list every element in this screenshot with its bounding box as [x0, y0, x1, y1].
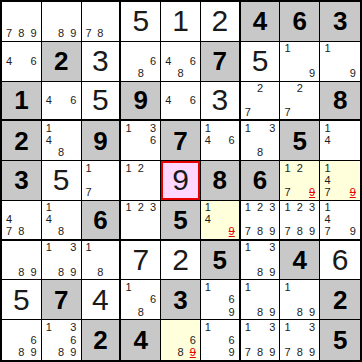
- candidate-digit: 7: [83, 187, 95, 199]
- pencil-marks: 1389: [242, 242, 279, 279]
- candidate-empty: [334, 202, 347, 214]
- cell-r1c8[interactable]: 6: [280, 2, 320, 42]
- candidate-empty: [67, 254, 79, 266]
- candidate-empty: [266, 281, 278, 293]
- candidate-empty: [162, 43, 174, 55]
- pencil-marks: 19: [281, 43, 318, 80]
- pencil-marks: 123789: [281, 202, 318, 238]
- cell-r2c4[interactable]: 68: [121, 42, 161, 82]
- candidate-empty: [346, 174, 359, 186]
- solved-digit: 3: [201, 82, 239, 120]
- cell-r6c3[interactable]: 6: [82, 201, 122, 241]
- candidate-empty: [43, 254, 55, 266]
- cell-r7c2[interactable]: 1389: [42, 241, 82, 281]
- candidate-empty: [43, 266, 55, 278]
- candidate-empty: [83, 3, 95, 15]
- candidate-digit: 7: [281, 106, 293, 118]
- candidate-empty: [214, 135, 226, 147]
- given-digit: 2: [2, 121, 41, 160]
- candidate-digit: 6: [226, 294, 238, 306]
- candidate-empty: [3, 346, 15, 359]
- candidate-digit: 8: [94, 266, 106, 278]
- candidate-digit: 1: [281, 281, 293, 293]
- cell-r6c2[interactable]: 148: [42, 201, 82, 241]
- cell-r5c8[interactable]: 1279: [280, 161, 320, 201]
- candidate-empty: [294, 294, 306, 306]
- pencil-marks: 14: [321, 122, 359, 159]
- solved-digit: 6: [320, 241, 360, 280]
- cell-r6c8[interactable]: 123789: [280, 201, 320, 241]
- pencil-marks: 12: [122, 162, 159, 199]
- cell-r9c5[interactable]: 689: [161, 320, 201, 360]
- cell-r7c9[interactable]: 6: [320, 241, 360, 281]
- solved-digit: 7: [121, 241, 160, 280]
- candidate-empty: [122, 55, 134, 67]
- candidate-digit: 7: [3, 226, 15, 238]
- candidate-digit: 1: [281, 162, 293, 174]
- candidate-digit: 8: [55, 147, 67, 159]
- candidate-empty: [306, 294, 318, 306]
- candidate-empty: [94, 254, 106, 266]
- candidate-empty: [28, 254, 40, 266]
- candidate-digit: 3: [266, 122, 278, 134]
- cell-r7c4[interactable]: 7: [121, 241, 161, 281]
- cell-r4c9[interactable]: 14: [320, 121, 360, 161]
- candidate-empty: [28, 15, 40, 27]
- candidate-empty: [43, 334, 55, 347]
- cell-r4c5[interactable]: 7: [161, 121, 201, 161]
- candidate-empty: [55, 83, 67, 95]
- cell-r1c1[interactable]: 789: [2, 2, 42, 42]
- candidate-digit: 1: [242, 122, 254, 134]
- candidate-digit: 2: [135, 202, 147, 214]
- candidate-empty: [202, 334, 214, 347]
- candidate-empty: [266, 106, 278, 118]
- candidate-digit: 4: [321, 174, 334, 186]
- cell-r8c1[interactable]: 5: [2, 280, 42, 320]
- candidate-digit: 8: [135, 67, 147, 79]
- cell-r7c1[interactable]: 89: [2, 241, 42, 281]
- candidate-digit: 1: [202, 122, 214, 134]
- solved-digit: 4: [82, 280, 120, 319]
- candidate-empty: [55, 321, 67, 334]
- candidate-digit: 6: [67, 334, 79, 347]
- candidate-empty: [122, 226, 134, 238]
- candidate-empty: [28, 321, 40, 334]
- candidate-digit: 8: [55, 226, 67, 238]
- candidate-digit: 8: [15, 266, 27, 278]
- candidate-empty: [94, 242, 106, 254]
- candidate-empty: [67, 3, 79, 15]
- candidate-empty: [281, 214, 293, 226]
- candidate-digit: 9: [266, 266, 278, 278]
- candidate-empty: [147, 162, 159, 174]
- cell-r6c7[interactable]: 123789: [241, 201, 281, 241]
- given-digit: 4: [241, 2, 280, 41]
- candidate-digit: 8: [15, 346, 27, 359]
- candidate-digit: 1: [242, 321, 254, 334]
- candidate-empty: [306, 214, 318, 226]
- candidate-digit: 9: [226, 306, 238, 318]
- candidate-empty: [334, 135, 347, 147]
- cell-r2c3[interactable]: 3: [82, 42, 122, 82]
- candidate-empty: [135, 147, 147, 159]
- candidate-empty: [147, 67, 159, 79]
- candidate-empty: [43, 83, 55, 95]
- candidate-digit: 6: [226, 135, 238, 147]
- candidate-empty: [15, 3, 27, 15]
- cell-r1c2[interactable]: 89: [42, 2, 82, 42]
- cell-r8c9[interactable]: 2: [320, 280, 360, 320]
- cell-r9c3[interactable]: 2: [82, 320, 122, 360]
- candidate-empty: [94, 3, 106, 15]
- pencil-marks: 1479: [321, 162, 359, 199]
- solved-digit: 5: [42, 161, 81, 200]
- candidate-empty: [135, 294, 147, 306]
- candidate-empty: [106, 187, 118, 199]
- candidate-digit: 8: [15, 226, 27, 238]
- cell-r8c3[interactable]: 4: [82, 280, 122, 320]
- cell-r7c8[interactable]: 4: [280, 241, 320, 281]
- given-digit: 7: [161, 121, 200, 160]
- candidate-digit: 7: [281, 187, 293, 199]
- candidate-struck: 9: [306, 187, 318, 199]
- candidate-digit: 4: [43, 135, 55, 147]
- candidate-empty: [266, 94, 278, 106]
- solved-digit: 5: [241, 42, 280, 81]
- candidate-empty: [294, 214, 306, 226]
- candidate-empty: [346, 214, 359, 226]
- candidate-empty: [306, 334, 318, 347]
- candidate-digit: 9: [67, 346, 79, 359]
- candidate-digit: 1: [321, 122, 334, 134]
- candidate-digit: 9: [266, 306, 278, 318]
- candidate-empty: [67, 214, 79, 226]
- cell-r3c8[interactable]: 27: [280, 82, 320, 122]
- cell-r8c8[interactable]: 189: [280, 280, 320, 320]
- candidate-empty: [162, 106, 174, 118]
- candidate-empty: [122, 135, 134, 147]
- candidate-empty: [83, 15, 95, 27]
- candidate-digit: 8: [294, 346, 306, 359]
- pencil-marks: 27: [242, 83, 279, 119]
- solved-digit: 2: [161, 241, 200, 280]
- cell-r3c1[interactable]: 1: [2, 82, 42, 122]
- candidate-digit: 1: [321, 202, 334, 214]
- candidate-empty: [266, 214, 278, 226]
- cell-r3c2[interactable]: 46: [42, 82, 82, 122]
- pencil-marks: 27: [281, 83, 318, 119]
- candidate-empty: [266, 83, 278, 95]
- cell-r6c5[interactable]: 5: [161, 201, 201, 241]
- candidate-digit: 8: [294, 306, 306, 318]
- solved-digit: 5: [82, 82, 120, 120]
- candidate-digit: 9: [346, 67, 359, 79]
- cell-r2c1[interactable]: 46: [2, 42, 42, 82]
- candidate-digit: 3: [67, 321, 79, 334]
- candidate-empty: [28, 43, 40, 55]
- candidate-empty: [135, 174, 147, 186]
- cell-r2c8[interactable]: 19: [280, 42, 320, 82]
- given-digit: 2: [320, 280, 360, 319]
- candidate-empty: [334, 147, 347, 159]
- candidate-empty: [202, 346, 214, 359]
- pencil-marks: 146: [202, 122, 238, 159]
- cell-r1c5[interactable]: 1: [161, 2, 201, 42]
- cell-r9c6[interactable]: 169: [201, 320, 241, 360]
- candidate-empty: [135, 214, 147, 226]
- candidate-empty: [15, 202, 27, 214]
- candidate-digit: 2: [254, 202, 266, 214]
- cell-r5c1[interactable]: 3: [2, 161, 42, 201]
- candidate-empty: [294, 281, 306, 293]
- cell-r8c2[interactable]: 7: [42, 280, 82, 320]
- candidate-empty: [55, 15, 67, 27]
- cell-r7c5[interactable]: 2: [161, 241, 201, 281]
- candidate-empty: [346, 43, 359, 55]
- cell-r1c4[interactable]: 5: [121, 2, 161, 42]
- candidate-empty: [214, 321, 226, 334]
- cell-r5c4[interactable]: 12: [121, 161, 161, 201]
- candidate-empty: [306, 281, 318, 293]
- pencil-marks: 136: [122, 122, 159, 159]
- candidate-empty: [122, 174, 134, 186]
- candidate-digit: 9: [28, 346, 40, 359]
- candidate-digit: 6: [147, 135, 159, 147]
- pencil-marks: 148: [43, 122, 80, 159]
- candidate-empty: [174, 55, 186, 67]
- candidate-empty: [202, 147, 214, 159]
- pencil-marks: 478: [3, 202, 40, 238]
- candidate-empty: [43, 346, 55, 359]
- candidate-digit: 9: [306, 346, 318, 359]
- candidate-empty: [67, 106, 79, 118]
- candidate-empty: [187, 67, 199, 79]
- candidate-digit: 6: [67, 94, 79, 106]
- candidate-empty: [306, 174, 318, 186]
- cell-r8c7[interactable]: 189: [241, 280, 281, 320]
- candidate-empty: [242, 147, 254, 159]
- pencil-marks: 468: [162, 43, 199, 80]
- cell-r2c6[interactable]: 7: [201, 42, 241, 82]
- candidate-digit: 9: [67, 266, 79, 278]
- candidate-digit: 6: [28, 55, 40, 67]
- candidate-empty: [266, 334, 278, 347]
- candidate-empty: [334, 162, 347, 174]
- candidate-empty: [334, 214, 347, 226]
- cell-r4c8[interactable]: 5: [280, 121, 320, 161]
- candidate-empty: [254, 135, 266, 147]
- candidate-empty: [3, 67, 15, 79]
- cell-r5c2[interactable]: 5: [42, 161, 82, 201]
- candidate-digit: 3: [147, 122, 159, 134]
- candidate-empty: [28, 226, 40, 238]
- candidate-empty: [135, 281, 147, 293]
- cell-r3c3[interactable]: 5: [82, 82, 122, 122]
- candidate-empty: [67, 122, 79, 134]
- cell-r4c6[interactable]: 146: [201, 121, 241, 161]
- cell-r7c6[interactable]: 5: [201, 241, 241, 281]
- candidate-empty: [43, 15, 55, 27]
- candidate-digit: 6: [187, 94, 199, 106]
- candidate-digit: 4: [162, 94, 174, 106]
- cell-r2c5[interactable]: 468: [161, 42, 201, 82]
- candidate-digit: 2: [254, 83, 266, 95]
- cell-r9c4[interactable]: 4: [121, 320, 161, 360]
- candidate-empty: [55, 254, 67, 266]
- cell-r2c7[interactable]: 5: [241, 42, 281, 82]
- cell-r2c9[interactable]: 19: [320, 42, 360, 82]
- cell-r3c7[interactable]: 27: [241, 82, 281, 122]
- candidate-empty: [122, 147, 134, 159]
- candidate-empty: [3, 334, 15, 347]
- cell-r4c2[interactable]: 148: [42, 121, 82, 161]
- candidate-digit: 8: [254, 226, 266, 238]
- candidate-empty: [281, 334, 293, 347]
- candidate-empty: [254, 242, 266, 254]
- cell-r5c9[interactable]: 1479: [320, 161, 360, 201]
- candidate-digit: 1: [43, 321, 55, 334]
- cell-r1c7[interactable]: 4: [241, 2, 281, 42]
- candidate-empty: [15, 214, 27, 226]
- cell-r1c9[interactable]: 3: [320, 2, 360, 42]
- cell-r4c4[interactable]: 136: [121, 121, 161, 161]
- candidate-empty: [122, 306, 134, 318]
- cell-r1c6[interactable]: 2: [201, 2, 241, 42]
- candidate-digit: 7: [281, 346, 293, 359]
- candidate-empty: [346, 135, 359, 147]
- cell-r5c5[interactable]: 9: [161, 161, 201, 201]
- candidate-empty: [294, 334, 306, 347]
- candidate-empty: [3, 15, 15, 27]
- cell-r6c4[interactable]: 123: [121, 201, 161, 241]
- candidate-empty: [254, 294, 266, 306]
- pencil-marks: 18: [83, 242, 119, 279]
- candidate-digit: 9: [28, 28, 40, 40]
- candidate-digit: 6: [187, 55, 199, 67]
- given-digit: 6: [280, 2, 319, 41]
- candidate-empty: [294, 187, 306, 199]
- cell-r9c1[interactable]: 689: [2, 320, 42, 360]
- candidate-empty: [122, 214, 134, 226]
- candidate-digit: 1: [122, 281, 134, 293]
- candidate-empty: [306, 106, 318, 118]
- candidate-digit: 3: [67, 242, 79, 254]
- cell-r2c2[interactable]: 2: [42, 42, 82, 82]
- cell-r5c6[interactable]: 8: [201, 161, 241, 201]
- candidate-empty: [3, 3, 15, 15]
- solved-digit: 5: [2, 280, 41, 319]
- cell-r8c4[interactable]: 168: [121, 280, 161, 320]
- candidate-empty: [226, 281, 238, 293]
- candidate-empty: [174, 94, 186, 106]
- cell-r4c1[interactable]: 2: [2, 121, 42, 161]
- candidate-digit: 9: [346, 226, 359, 238]
- candidate-empty: [187, 43, 199, 55]
- candidate-empty: [254, 94, 266, 106]
- pencil-marks: 68: [122, 43, 159, 80]
- candidate-empty: [294, 94, 306, 106]
- candidate-digit: 1: [122, 202, 134, 214]
- candidate-empty: [294, 106, 306, 118]
- candidate-empty: [67, 147, 79, 159]
- cell-r7c3[interactable]: 18: [82, 241, 122, 281]
- cell-r7c7[interactable]: 1389: [241, 241, 281, 281]
- candidate-empty: [334, 122, 347, 134]
- pencil-marks: 1479: [321, 202, 359, 238]
- pencil-marks: 13789: [242, 321, 279, 359]
- cell-r3c5[interactable]: 46: [161, 82, 201, 122]
- cell-r9c9[interactable]: 5: [320, 320, 360, 360]
- pencil-marks: 123: [122, 202, 159, 238]
- pencil-marks: 89: [43, 3, 80, 40]
- candidate-struck: 9: [346, 187, 359, 199]
- cell-r9c8[interactable]: 13789: [280, 320, 320, 360]
- candidate-empty: [15, 242, 27, 254]
- cell-r9c7[interactable]: 13789: [241, 320, 281, 360]
- candidate-digit: 9: [306, 226, 318, 238]
- candidate-empty: [67, 83, 79, 95]
- cell-r3c4[interactable]: 9: [121, 82, 161, 122]
- cell-r3c9[interactable]: 8: [320, 82, 360, 122]
- candidate-digit: 2: [135, 162, 147, 174]
- cell-r4c7[interactable]: 138: [241, 121, 281, 161]
- candidate-empty: [55, 202, 67, 214]
- candidate-digit: 9: [306, 306, 318, 318]
- cell-r4c3[interactable]: 9: [82, 121, 122, 161]
- candidate-empty: [55, 135, 67, 147]
- pencil-marks: 169: [202, 281, 238, 318]
- given-digit: 5: [320, 320, 360, 360]
- candidate-empty: [202, 294, 214, 306]
- cell-r6c1[interactable]: 478: [2, 201, 42, 241]
- candidate-digit: 1: [43, 202, 55, 214]
- given-digit: 5: [161, 201, 200, 239]
- candidate-empty: [321, 147, 334, 159]
- candidate-digit: 9: [226, 346, 238, 359]
- candidate-empty: [135, 226, 147, 238]
- candidate-empty: [281, 94, 293, 106]
- candidate-empty: [226, 202, 238, 214]
- candidate-empty: [294, 67, 306, 79]
- candidate-digit: 4: [43, 214, 55, 226]
- cell-r1c3[interactable]: 78: [82, 2, 122, 42]
- candidate-digit: 7: [83, 28, 95, 40]
- candidate-empty: [346, 122, 359, 134]
- cell-r8c6[interactable]: 169: [201, 280, 241, 320]
- cell-r8c5[interactable]: 3: [161, 280, 201, 320]
- cell-r5c7[interactable]: 6: [241, 161, 281, 201]
- cell-r6c9[interactable]: 1479: [320, 201, 360, 241]
- given-digit: 8: [201, 161, 239, 200]
- pencil-marks: 149: [202, 202, 238, 238]
- cell-r3c6[interactable]: 3: [201, 82, 241, 122]
- candidate-struck: 9: [187, 346, 199, 359]
- candidate-empty: [67, 135, 79, 147]
- candidate-empty: [214, 122, 226, 134]
- candidate-empty: [43, 3, 55, 15]
- candidate-empty: [214, 281, 226, 293]
- candidate-empty: [55, 3, 67, 15]
- cell-r6c6[interactable]: 149: [201, 201, 241, 241]
- given-digit: 5: [280, 121, 319, 160]
- candidate-digit: 1: [281, 43, 293, 55]
- candidate-empty: [334, 187, 347, 199]
- cell-r5c3[interactable]: 17: [82, 161, 122, 201]
- candidate-empty: [254, 214, 266, 226]
- candidate-empty: [306, 55, 318, 67]
- cell-r9c2[interactable]: 13689: [42, 320, 82, 360]
